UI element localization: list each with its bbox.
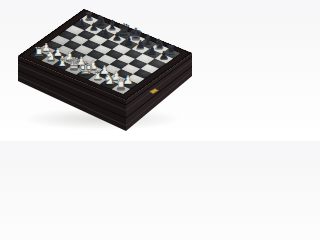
piece-black-pawn-g7[interactable]: ♟ bbox=[147, 45, 157, 56]
piece-black-pawn-c7[interactable]: ♟ bbox=[101, 27, 110, 37]
piece-black-pawn-d7[interactable]: ♟ bbox=[112, 31, 121, 42]
pieces-layer: ♜♞♝♛♚♝♞♜♟♟♟♟♟♟♟♟♟♟♟♟♟♟♟♟♜♞♝♛♚♝♞♜ bbox=[0, 0, 200, 141]
piece-white-knight-b1[interactable]: ♞ bbox=[45, 49, 57, 62]
piece-white-rook-a1[interactable]: ♜ bbox=[34, 46, 45, 58]
piece-black-pawn-h7[interactable]: ♟ bbox=[159, 50, 169, 61]
chess-set-photo: ♜♞♝♛♚♝♞♜♟♟♟♟♟♟♟♟♟♟♟♟♟♟♟♟♜♞♝♛♚♝♞♜ bbox=[0, 0, 200, 141]
piece-white-rook-h1[interactable]: ♜ bbox=[115, 78, 127, 92]
piece-black-pawn-e7[interactable]: ♟ bbox=[124, 36, 134, 47]
piece-black-pawn-f7[interactable]: ♟ bbox=[136, 40, 146, 51]
piece-black-pawn-a7[interactable]: ♟ bbox=[77, 18, 86, 28]
piece-black-pawn-b7[interactable]: ♟ bbox=[89, 22, 98, 32]
piece-white-knight-g1[interactable]: ♞ bbox=[103, 72, 116, 86]
